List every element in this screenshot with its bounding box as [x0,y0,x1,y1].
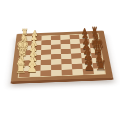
square[interactable] [40,59,50,65]
piece-black-rook[interactable]: ♜ [95,59,107,72]
square[interactable] [40,64,51,70]
product-photo: ♜♟♟♜♞♟♟♞♝♟♟♝♚♟♟♚♛♟♟♛♝♟♟♝♞♟♟♞♜♟♟♜ [0,0,120,120]
square[interactable] [71,58,82,64]
square[interactable] [51,59,61,65]
piece-white-rook[interactable]: ♜ [15,62,27,75]
piece-black-pawn[interactable]: ♟ [84,60,95,72]
square[interactable] [61,69,72,75]
square[interactable] [51,64,62,70]
piece-white-pawn[interactable]: ♟ [26,62,37,74]
square[interactable] [72,69,83,75]
square[interactable] [71,63,82,69]
square[interactable] [40,70,51,76]
square[interactable] [61,63,72,69]
square[interactable] [51,69,62,75]
